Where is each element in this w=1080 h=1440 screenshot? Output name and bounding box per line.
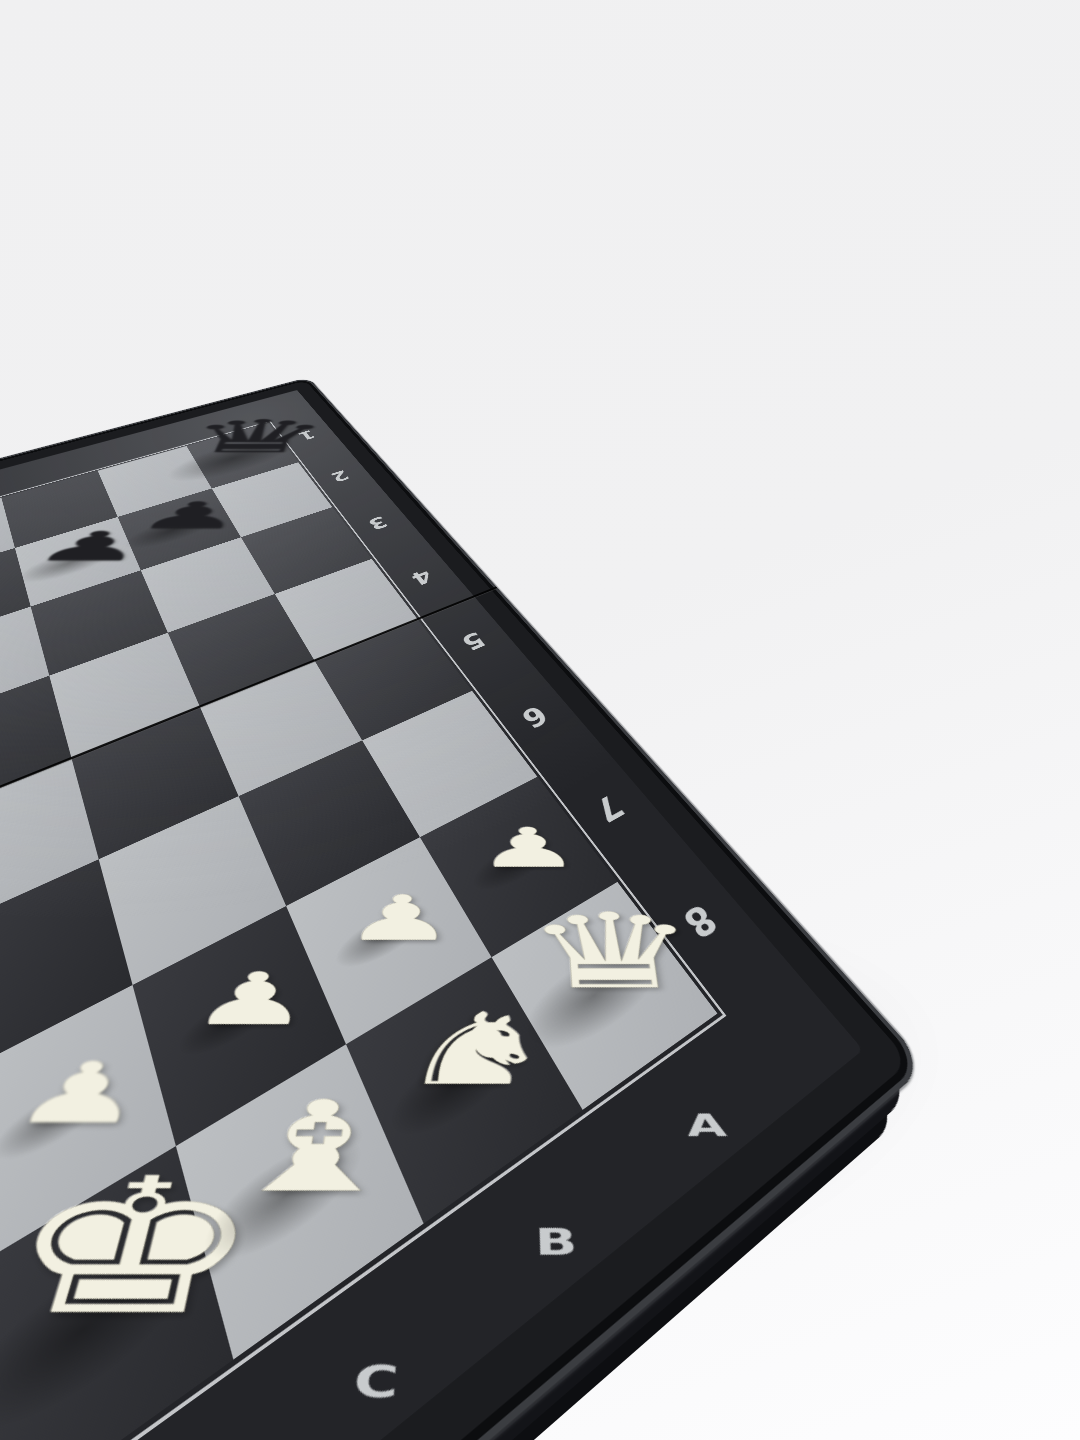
black-queen-glyph: ♛ (172, 413, 335, 461)
white-pawn-glyph: ♟ (476, 820, 582, 878)
camera-perspective: ABCD12345678 ♛♟♟♟♟♟♟♚♝♞♛ (0, 0, 1080, 1440)
white-queen-glyph: ♛ (522, 898, 712, 1008)
chess-board: ABCD12345678 ♛♟♟♟♟♟♟♚♝♞♛ (0, 390, 863, 1440)
product-photo-stage: ABCD12345678 ♛♟♟♟♟♟♟♚♝♞♛ (0, 0, 1080, 1440)
black-pawn-glyph: ♟ (129, 496, 250, 535)
white-pawn-glyph: ♟ (341, 886, 457, 952)
